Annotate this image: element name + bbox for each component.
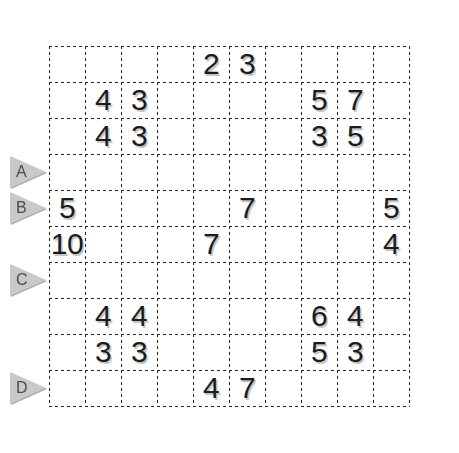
row-marker-b: B xyxy=(10,192,46,224)
grid-cell-clue[interactable]: 5 xyxy=(337,118,373,154)
grid-cell-empty[interactable] xyxy=(85,226,121,262)
grid-cell-empty[interactable] xyxy=(301,154,337,190)
grid-cell-clue[interactable]: 7 xyxy=(193,226,229,262)
grid-cell-clue[interactable]: 3 xyxy=(121,118,157,154)
clue-number: 4 xyxy=(95,121,111,151)
grid-cell-empty[interactable] xyxy=(229,226,265,262)
grid-cell-clue[interactable]: 4 xyxy=(85,82,121,118)
grid-cell-clue[interactable]: 4 xyxy=(193,370,229,406)
grid-cell-clue[interactable]: 10 xyxy=(49,226,85,262)
grid-cell-empty[interactable] xyxy=(337,226,373,262)
grid-cell-empty[interactable] xyxy=(265,82,301,118)
clue-number: 4 xyxy=(347,301,363,331)
marker-letter: B xyxy=(16,199,27,217)
grid-cell-clue[interactable]: 6 xyxy=(301,298,337,334)
grid-cell-clue[interactable]: 7 xyxy=(229,370,265,406)
clue-number: 4 xyxy=(383,229,399,259)
grid-cell-empty[interactable] xyxy=(193,334,229,370)
grid-cell-clue[interactable]: 3 xyxy=(337,334,373,370)
grid-cell-empty[interactable] xyxy=(157,334,193,370)
clue-number: 2 xyxy=(203,49,219,79)
grid-cell-empty[interactable] xyxy=(337,370,373,406)
grid-cell-empty[interactable] xyxy=(85,154,121,190)
grid-cell-empty[interactable] xyxy=(157,226,193,262)
grid-cell-empty[interactable] xyxy=(121,190,157,226)
row-marker-c: C xyxy=(10,264,46,296)
grid-cell-empty[interactable] xyxy=(373,82,409,118)
grid-cell-empty[interactable] xyxy=(157,118,193,154)
clue-number: 3 xyxy=(131,337,147,367)
grid-cell-empty[interactable] xyxy=(121,226,157,262)
grid-cell-empty[interactable] xyxy=(157,82,193,118)
grid-cell-empty[interactable] xyxy=(301,190,337,226)
grid-cell-empty[interactable] xyxy=(301,46,337,82)
clue-number: 4 xyxy=(95,85,111,115)
grid-cell-empty[interactable] xyxy=(157,190,193,226)
grid-cell-clue[interactable]: 3 xyxy=(85,334,121,370)
grid-cell-empty[interactable] xyxy=(49,262,85,298)
clue-number: 6 xyxy=(311,301,327,331)
clue-number: 5 xyxy=(311,85,327,115)
grid-cell-clue[interactable]: 5 xyxy=(301,334,337,370)
grid-cell-empty[interactable] xyxy=(373,262,409,298)
grid-cell-empty[interactable] xyxy=(337,46,373,82)
clue-number: 7 xyxy=(239,373,255,403)
clue-number: 4 xyxy=(131,301,147,331)
grid-cell-empty[interactable] xyxy=(373,370,409,406)
grid-cell-empty[interactable] xyxy=(85,370,121,406)
grid-cell-empty[interactable] xyxy=(193,82,229,118)
grid-cell-empty[interactable] xyxy=(49,46,85,82)
grid-cell-empty[interactable] xyxy=(265,370,301,406)
grid-cell-empty[interactable] xyxy=(301,226,337,262)
marker-letter: C xyxy=(16,271,28,289)
clue-number: 10 xyxy=(51,229,83,259)
grid-cell-empty[interactable] xyxy=(373,298,409,334)
grid-cell-empty[interactable] xyxy=(265,262,301,298)
grid-cell-empty[interactable] xyxy=(193,190,229,226)
grid-cell-empty[interactable] xyxy=(49,334,85,370)
grid-cell-empty[interactable] xyxy=(265,154,301,190)
grid-cell-clue[interactable]: 3 xyxy=(121,82,157,118)
grid-cell-empty[interactable] xyxy=(301,370,337,406)
clue-number: 5 xyxy=(59,193,75,223)
grid-cell-empty[interactable] xyxy=(373,118,409,154)
grid-cell-empty[interactable] xyxy=(265,298,301,334)
grid-cell-clue[interactable]: 5 xyxy=(301,82,337,118)
grid-border-right xyxy=(409,46,410,407)
grid-cell-empty[interactable] xyxy=(49,370,85,406)
grid-cell-empty[interactable] xyxy=(265,334,301,370)
grid-cell-empty[interactable] xyxy=(229,154,265,190)
grid-cell-clue[interactable]: 2 xyxy=(193,46,229,82)
grid-cell-empty[interactable] xyxy=(337,154,373,190)
grid-cell-empty[interactable] xyxy=(229,262,265,298)
grid-cell-clue[interactable]: 4 xyxy=(85,298,121,334)
clue-number: 3 xyxy=(311,121,327,151)
grid-cell-clue[interactable]: 4 xyxy=(121,298,157,334)
grid-cell-empty[interactable] xyxy=(49,298,85,334)
grid-cell-empty[interactable] xyxy=(85,262,121,298)
clue-number: 3 xyxy=(239,49,255,79)
grid-cell-empty[interactable] xyxy=(301,262,337,298)
puzzle-grid: 234357433557510744464335347 xyxy=(49,46,409,406)
grid-cell-empty[interactable] xyxy=(373,46,409,82)
grid-cell-clue[interactable]: 3 xyxy=(121,334,157,370)
grid-cell-empty[interactable] xyxy=(229,82,265,118)
grid-cell-clue[interactable]: 7 xyxy=(229,190,265,226)
grid-cell-clue[interactable]: 3 xyxy=(229,46,265,82)
grid-cell-empty[interactable] xyxy=(229,298,265,334)
grid-cell-clue[interactable]: 4 xyxy=(85,118,121,154)
clue-number: 5 xyxy=(311,337,327,367)
grid-cell-empty[interactable] xyxy=(49,154,85,190)
grid-cell-empty[interactable] xyxy=(85,46,121,82)
grid-cell-empty[interactable] xyxy=(157,298,193,334)
grid-cell-clue[interactable]: 5 xyxy=(49,190,85,226)
clue-number: 7 xyxy=(203,229,219,259)
clue-number: 3 xyxy=(95,337,111,367)
grid-cell-empty[interactable] xyxy=(229,118,265,154)
grid-cell-empty[interactable] xyxy=(121,370,157,406)
grid-cell-empty[interactable] xyxy=(121,154,157,190)
marker-letter: A xyxy=(16,163,27,181)
grid-cell-empty[interactable] xyxy=(85,190,121,226)
clue-number: 4 xyxy=(95,301,111,331)
grid-cell-empty[interactable] xyxy=(49,118,85,154)
grid-cell-empty[interactable] xyxy=(193,118,229,154)
clue-number: 5 xyxy=(383,193,399,223)
grid-cell-empty[interactable] xyxy=(373,334,409,370)
grid-cell-empty[interactable] xyxy=(121,46,157,82)
clue-number: 3 xyxy=(131,121,147,151)
clue-number: 3 xyxy=(131,85,147,115)
grid-border-bottom xyxy=(49,406,410,407)
grid-cell-empty[interactable] xyxy=(265,190,301,226)
row-marker-a: A xyxy=(10,156,46,188)
grid-cell-clue[interactable]: 3 xyxy=(301,118,337,154)
grid-cell-empty[interactable] xyxy=(265,226,301,262)
clue-number: 7 xyxy=(239,193,255,223)
grid-cell-clue[interactable]: 4 xyxy=(373,226,409,262)
grid-cell-empty[interactable] xyxy=(157,370,193,406)
clue-number: 5 xyxy=(347,121,363,151)
grid-cell-empty[interactable] xyxy=(373,154,409,190)
grid-cell-empty[interactable] xyxy=(49,82,85,118)
row-marker-d: D xyxy=(10,372,46,404)
grid-cell-empty[interactable] xyxy=(193,262,229,298)
clue-number: 4 xyxy=(203,373,219,403)
clue-number: 3 xyxy=(347,337,363,367)
marker-letter: D xyxy=(16,379,28,397)
grid-cell-empty[interactable] xyxy=(337,190,373,226)
grid-cell-clue[interactable]: 5 xyxy=(373,190,409,226)
grid-cell-empty[interactable] xyxy=(193,154,229,190)
grid-cell-empty[interactable] xyxy=(121,262,157,298)
grid-cell-empty[interactable] xyxy=(157,154,193,190)
grid-cell-empty[interactable] xyxy=(337,262,373,298)
grid-cell-empty[interactable] xyxy=(265,46,301,82)
grid-cell-empty[interactable] xyxy=(157,262,193,298)
grid-cell-empty[interactable] xyxy=(229,334,265,370)
grid-cell-clue[interactable]: 4 xyxy=(337,298,373,334)
grid-cell-clue[interactable]: 7 xyxy=(337,82,373,118)
clue-number: 7 xyxy=(347,85,363,115)
grid-cell-empty[interactable] xyxy=(157,46,193,82)
grid-cell-empty[interactable] xyxy=(193,298,229,334)
grid-cell-empty[interactable] xyxy=(265,118,301,154)
